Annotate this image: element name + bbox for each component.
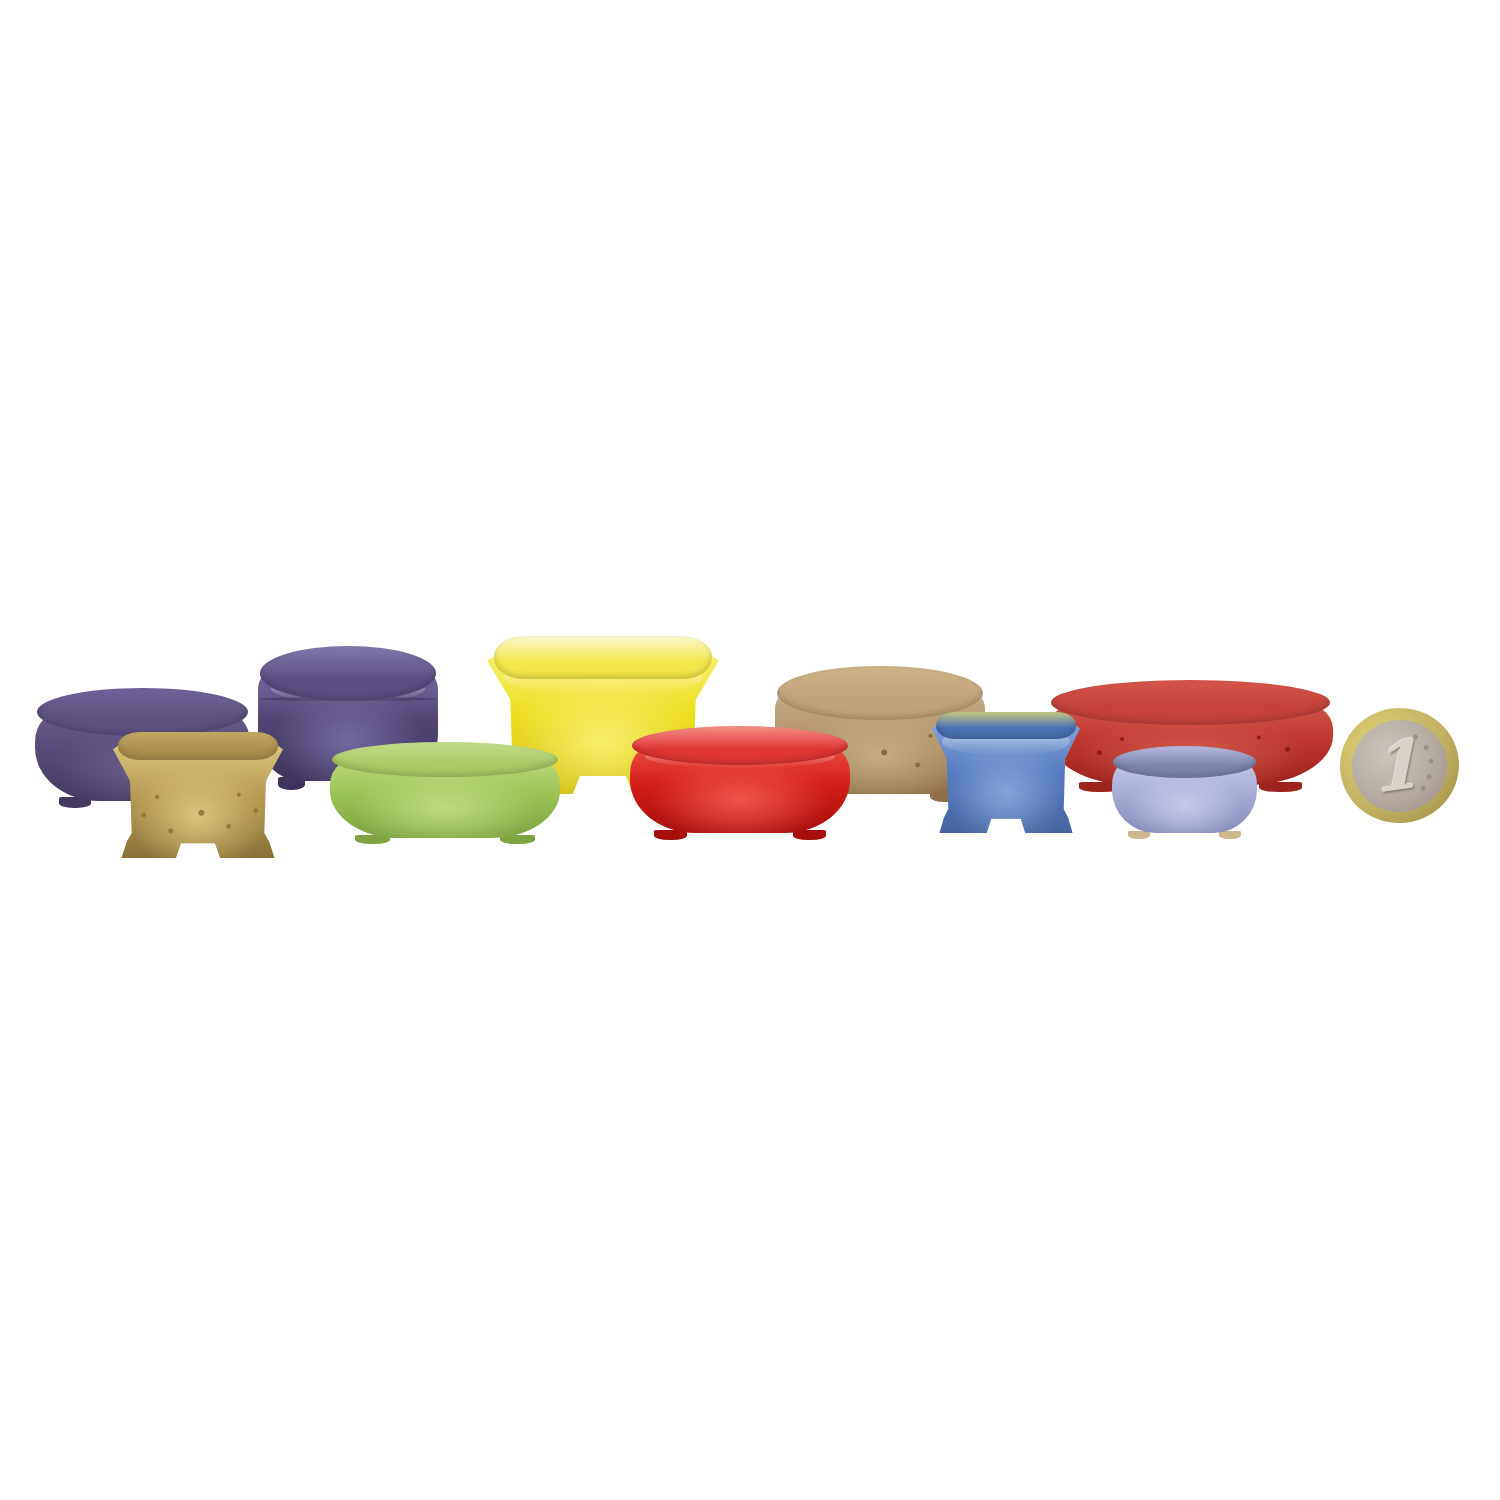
euro-coin-face: 1: [1346, 713, 1453, 817]
pot-opening: [494, 636, 712, 679]
pot-opening: [936, 712, 1075, 739]
pot-mustard-square: [113, 732, 283, 858]
pot-red-oval: [630, 726, 850, 840]
euro-coin-digit: 1: [1371, 730, 1419, 803]
pot-opening: [37, 688, 248, 736]
pot-opening: [1051, 680, 1330, 725]
pot-opening: [118, 732, 278, 760]
pot-blue-square: [932, 712, 1080, 833]
pot-opening: [332, 742, 557, 777]
pot-lavender-oval: [1112, 746, 1257, 839]
pot-body: [932, 724, 1080, 833]
euro-coin: 1: [1333, 700, 1467, 830]
pot-green-oval: [330, 742, 560, 844]
pot-opening: [632, 726, 848, 765]
pot-body: [113, 745, 283, 858]
product-photo-canvas: 1: [0, 0, 1500, 1500]
pot-opening: [260, 646, 436, 701]
pot-opening: [1113, 746, 1255, 778]
